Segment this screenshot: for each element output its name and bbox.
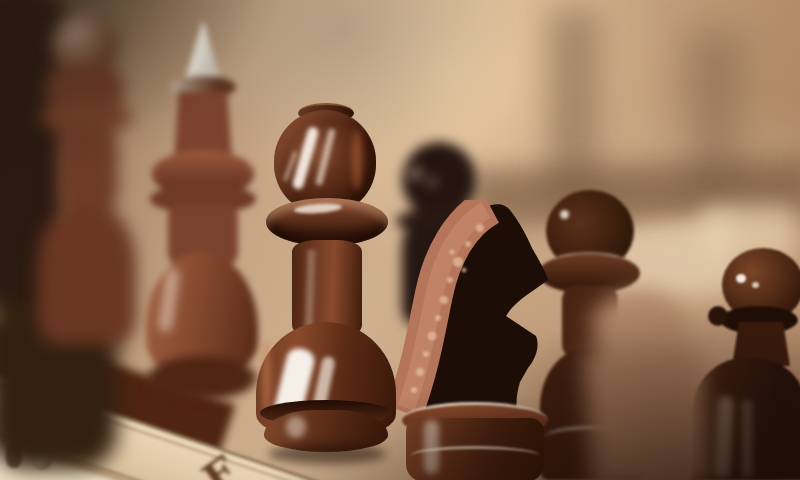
photo-stage: E F ♜ ♛ ♚ ♟: [0, 0, 800, 480]
specular-highlight: [286, 416, 306, 438]
piece-body: [584, 344, 709, 480]
rim-light: [262, 340, 271, 414]
contact-shadow: [268, 444, 386, 464]
rim-light: [352, 130, 362, 190]
foreground-blurred-pawn: ♟: [567, 280, 715, 480]
